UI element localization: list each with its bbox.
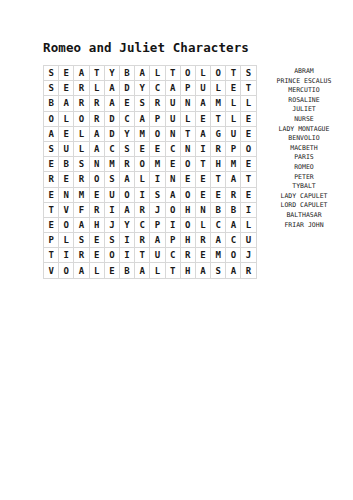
- grid-cell-r3c12[interactable]: M: [211, 96, 225, 110]
- word-list-item: PETER: [256, 173, 352, 183]
- grid-cell-r11c5[interactable]: J: [105, 218, 119, 232]
- grid-cell-r12c13[interactable]: C: [226, 233, 240, 247]
- grid-cell-r5c3[interactable]: L: [74, 127, 88, 141]
- grid-cell-r8c9[interactable]: N: [166, 172, 180, 186]
- grid-cell-r4c9[interactable]: U: [166, 112, 180, 126]
- grid-cell-r5c8[interactable]: O: [150, 127, 164, 141]
- word-list-item: PRINCE ESCALUS: [256, 77, 352, 87]
- grid-cell-r3c7[interactable]: S: [135, 96, 149, 110]
- grid-cell-r14c2[interactable]: O: [59, 263, 73, 277]
- word-list-item: MACBETH: [256, 144, 352, 154]
- word-list-item: JULIET: [256, 105, 352, 115]
- grid-cell-r1c11[interactable]: L: [196, 66, 210, 80]
- grid-cell-r11c8[interactable]: P: [150, 218, 164, 232]
- grid-cell-r7c11[interactable]: T: [196, 157, 210, 171]
- grid-cell-r5c14[interactable]: E: [241, 127, 255, 141]
- grid-cell-r9c10[interactable]: O: [181, 188, 195, 202]
- grid-cell-r8c10[interactable]: E: [181, 172, 195, 186]
- grid-cell-r3c3[interactable]: R: [74, 96, 88, 110]
- grid-cell-r6c4[interactable]: A: [90, 142, 104, 156]
- grid-cell-r13c3[interactable]: R: [74, 248, 88, 262]
- grid-cell-r3c5[interactable]: A: [105, 96, 119, 110]
- grid-cell-r7c4[interactable]: N: [90, 157, 104, 171]
- grid-cell-r7c3[interactable]: S: [74, 157, 88, 171]
- word-list-item: BALTHASAR: [256, 211, 352, 221]
- grid-cell-r2c5[interactable]: A: [105, 81, 119, 95]
- grid-cell-r5c1[interactable]: A: [44, 127, 58, 141]
- grid-cell-r4c13[interactable]: L: [226, 112, 240, 126]
- word-list-item: LADY MONTAGUE: [256, 125, 352, 135]
- grid-cell-r13c6[interactable]: I: [120, 248, 134, 262]
- grid-cell-r12c4[interactable]: E: [90, 233, 104, 247]
- grid-cell-r1c2[interactable]: E: [59, 66, 73, 80]
- word-list-item: MERCUTIO: [256, 86, 352, 96]
- grid-cell-r13c8[interactable]: U: [150, 248, 164, 262]
- grid-cell-r7c10[interactable]: O: [181, 157, 195, 171]
- grid-cell-r8c2[interactable]: E: [59, 172, 73, 186]
- grid-cell-r11c10[interactable]: O: [181, 218, 195, 232]
- grid-cell-r4c12[interactable]: T: [211, 112, 225, 126]
- grid-cell-r9c6[interactable]: O: [120, 188, 134, 202]
- grid-cell-r11c2[interactable]: O: [59, 218, 73, 232]
- grid-cell-r6c13[interactable]: P: [226, 142, 240, 156]
- grid-cell-r3c6[interactable]: E: [120, 96, 134, 110]
- grid-cell-r4c1[interactable]: O: [44, 112, 58, 126]
- grid-cell-r11c3[interactable]: A: [74, 218, 88, 232]
- word-list-item: ABRAM: [256, 67, 352, 77]
- grid-cell-r12c6[interactable]: I: [120, 233, 134, 247]
- grid-cell-r9c3[interactable]: M: [74, 188, 88, 202]
- word-list-item: NURSE: [256, 115, 352, 125]
- grid-cell-r8c3[interactable]: R: [74, 172, 88, 186]
- grid-cell-r5c9[interactable]: N: [166, 127, 180, 141]
- grid-cell-r12c8[interactable]: A: [150, 233, 164, 247]
- grid-cell-r13c1[interactable]: T: [44, 248, 58, 262]
- grid-cell-r1c7[interactable]: A: [135, 66, 149, 80]
- grid-cell-r4c10[interactable]: L: [181, 112, 195, 126]
- grid-cell-r1c13[interactable]: T: [226, 66, 240, 80]
- grid-cell-r3c10[interactable]: N: [181, 96, 195, 110]
- grid-cell-r5c6[interactable]: Y: [120, 127, 134, 141]
- grid-cell-r7c14[interactable]: E: [241, 157, 255, 171]
- grid-cell-r10c10[interactable]: H: [181, 203, 195, 217]
- grid-cell-r10c8[interactable]: J: [150, 203, 164, 217]
- grid-cell-r10c13[interactable]: B: [226, 203, 240, 217]
- grid-cell-r1c10[interactable]: O: [181, 66, 195, 80]
- grid-cell-r9c14[interactable]: E: [241, 188, 255, 202]
- grid-cell-r6c14[interactable]: O: [241, 142, 255, 156]
- grid-cell-r1c3[interactable]: A: [74, 66, 88, 80]
- grid-cell-r10c11[interactable]: N: [196, 203, 210, 217]
- grid-cell-r6c6[interactable]: S: [120, 142, 134, 156]
- grid-cell-r3c13[interactable]: L: [226, 96, 240, 110]
- grid-cell-r13c7[interactable]: T: [135, 248, 149, 262]
- grid-cell-r1c9[interactable]: T: [166, 66, 180, 80]
- word-list-item: LADY CAPULET: [256, 192, 352, 202]
- grid-cell-r4c7[interactable]: A: [135, 112, 149, 126]
- grid-cell-r9c7[interactable]: I: [135, 188, 149, 202]
- grid-cell-r1c5[interactable]: Y: [105, 66, 119, 80]
- grid-cell-r11c9[interactable]: I: [166, 218, 180, 232]
- grid-cell-r10c5[interactable]: I: [105, 203, 119, 217]
- grid-cell-r10c4[interactable]: R: [90, 203, 104, 217]
- grid-cell-r1c8[interactable]: L: [150, 66, 164, 80]
- grid-cell-r7c1[interactable]: E: [44, 157, 58, 171]
- grid-cell-r3c14[interactable]: L: [241, 96, 255, 110]
- grid-cell-r1c1[interactable]: S: [44, 66, 58, 80]
- grid-cell-r3c1[interactable]: B: [44, 96, 58, 110]
- grid-cell-r3c11[interactable]: A: [196, 96, 210, 110]
- grid-cell-r14c4[interactable]: L: [90, 263, 104, 277]
- grid-cell-r2c12[interactable]: L: [211, 81, 225, 95]
- grid-cell-r14c10[interactable]: H: [181, 263, 195, 277]
- grid-cell-r3c8[interactable]: R: [150, 96, 164, 110]
- grid-cell-r10c7[interactable]: R: [135, 203, 149, 217]
- grid-cell-r12c2[interactable]: L: [59, 233, 73, 247]
- grid-cell-r2c1[interactable]: S: [44, 81, 58, 95]
- grid-cell-r9c12[interactable]: E: [211, 188, 225, 202]
- word-list-item: TYBALT: [256, 182, 352, 192]
- grid-cell-r13c11[interactable]: E: [196, 248, 210, 262]
- grid-cell-r14c12[interactable]: S: [211, 263, 225, 277]
- grid-cell-r12c14[interactable]: U: [241, 233, 255, 247]
- grid-cell-r6c1[interactable]: S: [44, 142, 58, 156]
- word-list-item: LORD CAPULET: [256, 201, 352, 211]
- grid-cell-r14c6[interactable]: B: [120, 263, 134, 277]
- grid-cell-r6c10[interactable]: N: [181, 142, 195, 156]
- grid-cell-r13c10[interactable]: R: [181, 248, 195, 262]
- grid-cell-r14c5[interactable]: E: [105, 263, 119, 277]
- grid-cell-r11c4[interactable]: H: [90, 218, 104, 232]
- grid-cell-r10c2[interactable]: V: [59, 203, 73, 217]
- grid-cell-r13c13[interactable]: O: [226, 248, 240, 262]
- grid-cell-r2c13[interactable]: E: [226, 81, 240, 95]
- grid-cell-r10c14[interactable]: I: [241, 203, 255, 217]
- grid-cell-r12c5[interactable]: S: [105, 233, 119, 247]
- grid-cell-r13c5[interactable]: O: [105, 248, 119, 262]
- grid-cell-r5c12[interactable]: G: [211, 127, 225, 141]
- grid-cell-r13c12[interactable]: M: [211, 248, 225, 262]
- grid-cell-r13c2[interactable]: I: [59, 248, 73, 262]
- grid-cell-r8c7[interactable]: L: [135, 172, 149, 186]
- grid-cell-r8c12[interactable]: T: [211, 172, 225, 186]
- grid-cell-r9c4[interactable]: E: [90, 188, 104, 202]
- grid-cell-r2c3[interactable]: R: [74, 81, 88, 95]
- word-list-item: PARIS: [256, 153, 352, 163]
- grid-cell-r9c1[interactable]: E: [44, 188, 58, 202]
- grid-cell-r7c6[interactable]: R: [120, 157, 134, 171]
- grid-cell-r7c12[interactable]: H: [211, 157, 225, 171]
- grid-cell-r9c11[interactable]: E: [196, 188, 210, 202]
- grid-cell-r9c13[interactable]: R: [226, 188, 240, 202]
- grid-cell-r7c9[interactable]: E: [166, 157, 180, 171]
- grid-cell-r14c3[interactable]: A: [74, 263, 88, 277]
- grid-cell-r11c1[interactable]: E: [44, 218, 58, 232]
- grid-cell-r11c13[interactable]: A: [226, 218, 240, 232]
- grid-cell-r4c3[interactable]: O: [74, 112, 88, 126]
- grid-cell-r12c9[interactable]: P: [166, 233, 180, 247]
- grid-cell-r6c5[interactable]: C: [105, 142, 119, 156]
- grid-cell-r8c5[interactable]: S: [105, 172, 119, 186]
- grid-cell-r4c11[interactable]: E: [196, 112, 210, 126]
- grid-cell-r4c8[interactable]: P: [150, 112, 164, 126]
- grid-cell-r14c8[interactable]: L: [150, 263, 164, 277]
- grid-cell-r8c8[interactable]: I: [150, 172, 164, 186]
- grid-cell-r8c6[interactable]: A: [120, 172, 134, 186]
- grid-cell-r2c7[interactable]: Y: [135, 81, 149, 95]
- grid-cell-r6c8[interactable]: E: [150, 142, 164, 156]
- grid-cell-r11c7[interactable]: C: [135, 218, 149, 232]
- word-list-item: FRIAR JOHN: [256, 221, 352, 231]
- grid-cell-r4c2[interactable]: L: [59, 112, 73, 126]
- grid-cell-r11c12[interactable]: C: [211, 218, 225, 232]
- grid-cell-r13c4[interactable]: E: [90, 248, 104, 262]
- grid-cell-r4c6[interactable]: C: [120, 112, 134, 126]
- grid-cell-r2c9[interactable]: A: [166, 81, 180, 95]
- grid-cell-r10c3[interactable]: F: [74, 203, 88, 217]
- grid-cell-r11c11[interactable]: L: [196, 218, 210, 232]
- puzzle-title: Romeo and Juliet Characters: [43, 40, 249, 55]
- grid-cell-r7c13[interactable]: M: [226, 157, 240, 171]
- grid-cell-r12c1[interactable]: P: [44, 233, 58, 247]
- grid-cell-r10c9[interactable]: O: [166, 203, 180, 217]
- grid-cell-r11c14[interactable]: L: [241, 218, 255, 232]
- grid-cell-r7c2[interactable]: B: [59, 157, 73, 171]
- grid-cell-r7c8[interactable]: M: [150, 157, 164, 171]
- grid-cell-r1c4[interactable]: T: [90, 66, 104, 80]
- word-list-item: BENVOLIO: [256, 134, 352, 144]
- grid-cell-r2c11[interactable]: U: [196, 81, 210, 95]
- grid-cell-r5c4[interactable]: A: [90, 127, 104, 141]
- grid-cell-r5c2[interactable]: E: [59, 127, 73, 141]
- grid-cell-r5c11[interactable]: A: [196, 127, 210, 141]
- grid-cell-r8c1[interactable]: R: [44, 172, 58, 186]
- grid-cell-r2c14[interactable]: T: [241, 81, 255, 95]
- grid-cell-r9c5[interactable]: U: [105, 188, 119, 202]
- grid-cell-r10c1[interactable]: T: [44, 203, 58, 217]
- grid-cell-r13c9[interactable]: C: [166, 248, 180, 262]
- grid-cell-r1c12[interactable]: O: [211, 66, 225, 80]
- grid-cell-r2c10[interactable]: P: [181, 81, 195, 95]
- grid-cell-r9c2[interactable]: N: [59, 188, 73, 202]
- grid-cell-r5c13[interactable]: U: [226, 127, 240, 141]
- grid-cell-r5c7[interactable]: M: [135, 127, 149, 141]
- grid-cell-r5c5[interactable]: D: [105, 127, 119, 141]
- grid-cell-r4c5[interactable]: D: [105, 112, 119, 126]
- grid-cell-r14c14[interactable]: R: [241, 263, 255, 277]
- grid-cell-r2c2[interactable]: E: [59, 81, 73, 95]
- word-list: ABRAMPRINCE ESCALUSMERCUTIOROSALINEJULIE…: [256, 67, 352, 230]
- grid-cell-r4c4[interactable]: R: [90, 112, 104, 126]
- grid-cell-r1c14[interactable]: S: [241, 66, 255, 80]
- grid-cell-r14c7[interactable]: A: [135, 263, 149, 277]
- grid-cell-r10c12[interactable]: B: [211, 203, 225, 217]
- word-list-item: ROMEO: [256, 163, 352, 173]
- grid-cell-r13c14[interactable]: J: [241, 248, 255, 262]
- grid-cell-r14c1[interactable]: V: [44, 263, 58, 277]
- grid-cell-r5c10[interactable]: T: [181, 127, 195, 141]
- word-search-grid: SEATYBALTOLOTSSERLADYCAPULETBARRAESRUNAM…: [43, 65, 257, 279]
- grid-cell-r4c14[interactable]: E: [241, 112, 255, 126]
- grid-cell-r12c7[interactable]: R: [135, 233, 149, 247]
- grid-cell-r10c6[interactable]: A: [120, 203, 134, 217]
- grid-cell-r3c4[interactable]: R: [90, 96, 104, 110]
- grid-cell-r6c3[interactable]: L: [74, 142, 88, 156]
- grid-cell-r6c12[interactable]: R: [211, 142, 225, 156]
- grid-cell-r2c8[interactable]: C: [150, 81, 164, 95]
- grid-cell-r1c6[interactable]: B: [120, 66, 134, 80]
- grid-cell-r14c9[interactable]: T: [166, 263, 180, 277]
- grid-cell-r6c2[interactable]: U: [59, 142, 73, 156]
- grid-cell-r7c5[interactable]: M: [105, 157, 119, 171]
- grid-cell-r14c11[interactable]: A: [196, 263, 210, 277]
- grid-cell-r8c4[interactable]: O: [90, 172, 104, 186]
- grid-cell-r8c11[interactable]: E: [196, 172, 210, 186]
- grid-cell-r12c3[interactable]: S: [74, 233, 88, 247]
- grid-cell-r6c11[interactable]: I: [196, 142, 210, 156]
- word-list-item: ROSALINE: [256, 96, 352, 106]
- grid-cell-r12c10[interactable]: H: [181, 233, 195, 247]
- grid-cell-r9c8[interactable]: S: [150, 188, 164, 202]
- grid-cell-r6c7[interactable]: E: [135, 142, 149, 156]
- grid-cell-r9c9[interactable]: A: [166, 188, 180, 202]
- grid-cell-r14c13[interactable]: A: [226, 263, 240, 277]
- grid-cell-r3c9[interactable]: U: [166, 96, 180, 110]
- grid-cell-r8c13[interactable]: A: [226, 172, 240, 186]
- grid-cell-r12c12[interactable]: A: [211, 233, 225, 247]
- grid-cell-r12c11[interactable]: R: [196, 233, 210, 247]
- grid-cell-r3c2[interactable]: A: [59, 96, 73, 110]
- grid-cell-r11c6[interactable]: Y: [120, 218, 134, 232]
- grid-cell-r8c14[interactable]: T: [241, 172, 255, 186]
- grid-cell-r2c6[interactable]: D: [120, 81, 134, 95]
- grid-cell-r7c7[interactable]: O: [135, 157, 149, 171]
- worksheet-page: Romeo and Juliet Characters SEATYBALTOLO…: [0, 0, 353, 500]
- grid-cell-r6c9[interactable]: C: [166, 142, 180, 156]
- grid-cell-r2c4[interactable]: L: [90, 81, 104, 95]
